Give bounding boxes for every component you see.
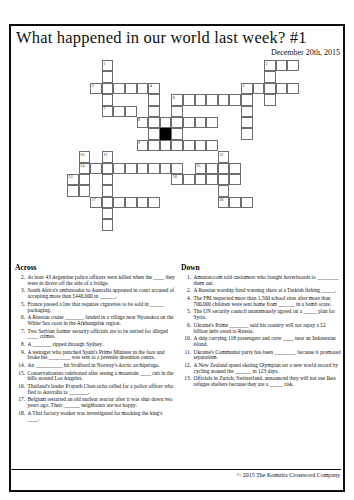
down-clue-list: 1.Amazon.com told customers who bought h… [181, 275, 341, 388]
grid-cell[interactable]: 14 [79, 163, 91, 174]
grid-cell[interactable] [229, 197, 241, 208]
clue: 13.Officials in Zurich, Switzerland, ann… [181, 376, 341, 388]
grid-cell[interactable] [148, 106, 160, 117]
grid-cell[interactable] [171, 117, 183, 128]
grid-cell[interactable]: 4 [148, 83, 160, 94]
grid-cell[interactable] [148, 94, 160, 105]
grid-cell[interactable] [229, 94, 241, 105]
clue-text: A _______ ripped through Sydney. [28, 342, 176, 348]
grid-cell[interactable]: 18 [218, 197, 230, 208]
grid-cell[interactable] [148, 197, 160, 208]
grid-cell[interactable] [241, 197, 253, 208]
grid-cell[interactable]: 10 [79, 151, 91, 162]
clue: 16.Thailand's leader Prayuth Chan-ocha c… [15, 384, 175, 396]
clue-text: A Thai factory worker was investigated f… [28, 411, 176, 423]
grid-cell[interactable]: 2 [264, 60, 276, 71]
clue-text: An __________ hit Svalbard in Norway's A… [28, 363, 176, 369]
grid-cell[interactable] [148, 140, 160, 151]
grid-cell[interactable] [264, 94, 276, 105]
grid-cell[interactable] [171, 163, 183, 174]
clue-text: A Russian cruise _______ landed in a vil… [28, 315, 176, 327]
grid-cell[interactable] [241, 106, 253, 117]
grid-cell[interactable]: 9 [137, 140, 149, 151]
grid-cell[interactable] [102, 71, 114, 82]
clue-number: 12. [181, 363, 191, 375]
grid-cell[interactable]: 1 [102, 60, 114, 71]
grid-cell[interactable] [276, 83, 288, 94]
grid-cell[interactable] [67, 185, 79, 196]
grid-cell[interactable] [253, 83, 265, 94]
clue-text: A ship carrying 118 passengers and crew … [194, 336, 342, 348]
clue-number: 1. [181, 275, 191, 287]
clue: 17.Belgium restarted an old nuclear reac… [15, 397, 175, 409]
grid-cell[interactable] [137, 197, 149, 208]
grid-cell[interactable] [229, 163, 241, 174]
clue-text: Amazon.com told customers who bought hov… [194, 275, 342, 287]
clue-text: The FBI inspected more than 1,500 school… [194, 296, 342, 308]
clue: 8.A _______ ripped through Sydney. [15, 342, 175, 348]
clue: 1.Amazon.com told customers who bought h… [181, 275, 341, 287]
grid-cell[interactable] [113, 197, 125, 208]
clue-number: 15. [15, 371, 25, 383]
grid-cell[interactable] [287, 83, 299, 94]
clue-number: 6. [181, 323, 191, 335]
clue-text: Belgium restarted an old nuclear reactor… [28, 397, 176, 409]
grid-cell[interactable] [171, 128, 183, 139]
grid-cell[interactable] [218, 163, 230, 174]
grid-cell[interactable] [195, 94, 207, 105]
grid-cell[interactable] [241, 117, 253, 128]
clue-number: 13. [181, 376, 191, 388]
crossword-grid: 123456789101112141513161718 [67, 60, 299, 231]
across-clues-section: Across 2.At least 43 Argentine police of… [15, 263, 175, 424]
grid-cell[interactable] [137, 83, 149, 94]
grid-cell[interactable] [148, 163, 160, 174]
cell-number: 16 [173, 174, 177, 179]
grid-cell[interactable]: 17 [90, 197, 102, 208]
clue: 10.A ship carrying 118 passengers and cr… [181, 336, 341, 348]
clue-number: 6. [15, 315, 25, 327]
clue: 5.The UN security council unanimously ag… [181, 309, 341, 321]
cell-number: 12 [219, 152, 223, 157]
grid-cell[interactable]: 5 [241, 83, 253, 94]
black-cell [160, 128, 172, 139]
clue: 11.Ukraine's Communist party has been __… [181, 350, 341, 362]
clue-number: 7. [15, 329, 25, 341]
clue-number: 9. [15, 350, 25, 362]
grid-cell[interactable] [148, 128, 160, 139]
clue: 18.A Thai factory worker was investigate… [15, 411, 175, 423]
grid-cell[interactable] [113, 83, 125, 94]
clue-text: At least 43 Argentine police officers we… [28, 275, 176, 287]
cell-number: 2 [266, 61, 268, 66]
clue-number: 11. [181, 350, 191, 362]
clue-number: 16. [15, 384, 25, 396]
clue: 2.At least 43 Argentine police officers … [15, 275, 175, 287]
grid-cell[interactable]: 7 [102, 106, 114, 117]
cell-number: 18 [219, 197, 223, 202]
grid-cell[interactable] [125, 197, 137, 208]
grid-cell[interactable] [137, 163, 149, 174]
clue: 4.The FBI inspected more than 1,500 scho… [181, 296, 341, 308]
clue-number: 5. [15, 302, 25, 314]
clue: 5.France passed a law that requires ciga… [15, 302, 175, 314]
grid-cell[interactable] [183, 94, 195, 105]
grid-cell[interactable]: 6 [171, 94, 183, 105]
clue: 7.Two Serbian former security officials … [15, 329, 175, 341]
grid-cell[interactable] [287, 60, 299, 71]
grid-cell[interactable]: 15 [195, 163, 207, 174]
grid-cell[interactable] [160, 117, 172, 128]
clue-number: 4. [181, 296, 191, 308]
clue: 14.An __________ hit Svalbard in Norway'… [15, 363, 175, 369]
grid-cell[interactable] [102, 83, 114, 94]
clue-text: The UN security council unanimously agre… [194, 309, 342, 321]
grid-cell[interactable] [218, 94, 230, 105]
grid-cell[interactable] [276, 60, 288, 71]
grid-cell[interactable] [241, 128, 253, 139]
clue-text: A teenager who punched Spain's Prime Min… [28, 350, 176, 362]
cell-number: 8 [138, 117, 140, 122]
cell-number: 6 [173, 95, 175, 100]
page-title: What happened in our world last week? #1 [16, 28, 336, 48]
grid-cell[interactable] [160, 163, 172, 174]
grid-cell[interactable] [183, 140, 195, 151]
down-heading: Down [181, 263, 341, 272]
clue-text: Officials in Zurich, Switzerland, announ… [194, 376, 342, 388]
cell-number: 14 [80, 163, 84, 168]
clue: 12.A New Zealand speed skating Olympian … [181, 363, 341, 375]
clue-number: 18. [15, 411, 25, 423]
clue-text: Thailand's leader Prayuth Chan-ocha call… [28, 384, 176, 396]
cell-number: 9 [138, 140, 140, 145]
clue-text: Ukraine's Prime _______ said his country… [194, 323, 342, 335]
grid-cell[interactable] [79, 174, 91, 185]
across-clue-list: 2.At least 43 Argentine police officers … [15, 275, 175, 422]
grid-cell[interactable] [195, 174, 207, 185]
grid-cell[interactable] [195, 117, 207, 128]
grid-cell[interactable] [102, 94, 114, 105]
grid-cell[interactable] [195, 140, 207, 151]
grid-cell[interactable] [125, 163, 137, 174]
grid-cell[interactable] [102, 185, 114, 196]
clue-text: Ukraine's Communist party has been _____… [194, 350, 342, 362]
grid-cell[interactable] [90, 163, 102, 174]
clue-number: 2. [15, 275, 25, 287]
grid-cell[interactable] [206, 117, 218, 128]
clue-number: 5. [181, 309, 191, 321]
cell-number: 13 [69, 174, 73, 179]
clue: 3.South Africa's ambassador to Australia… [15, 288, 175, 300]
clue-text: France passed a law that requires cigare… [28, 302, 176, 314]
grid-cell[interactable]: 8 [137, 117, 149, 128]
clue-number: 10. [181, 336, 191, 348]
grid-cell[interactable]: 12 [218, 151, 230, 162]
clue: 2.A Russian warship fired warning shots … [181, 288, 341, 294]
clue: 9.A teenager who punched Spain's Prime M… [15, 350, 175, 362]
grid-cell[interactable] [229, 174, 241, 185]
clue-number: 3. [15, 288, 25, 300]
grid-cell[interactable] [218, 185, 230, 196]
cell-number: 3 [92, 83, 94, 88]
grid-cell[interactable] [102, 219, 114, 230]
grid-cell[interactable] [206, 94, 218, 105]
grid-cell[interactable] [125, 106, 137, 117]
grid-cell[interactable] [218, 174, 230, 185]
copyright-footer: © 2015 The Komzita Crossword Company [140, 472, 340, 478]
clue-number: 8. [15, 342, 25, 348]
grid-cell[interactable] [171, 140, 183, 151]
grid-cell[interactable] [160, 140, 172, 151]
grid-cell[interactable] [102, 208, 114, 219]
cell-number: 5 [242, 83, 244, 88]
clue: 6.Ukraine's Prime _______ said his count… [181, 323, 341, 335]
grid-cell[interactable] [148, 117, 160, 128]
clue-text: A Russian warship fired warning shots at… [194, 288, 342, 294]
grid-cell[interactable]: 11 [102, 151, 114, 162]
page-date: December 20th, 2015 [170, 48, 340, 57]
grid-cell[interactable] [113, 106, 125, 117]
clue-text: South Africa's ambassador to Australia a… [28, 288, 176, 300]
grid-cell[interactable] [125, 83, 137, 94]
grid-cell[interactable]: 13 [67, 174, 79, 185]
clue: 15.Conservationists celebrated after see… [15, 371, 175, 383]
grid-cell[interactable] [113, 163, 125, 174]
cell-number: 1 [103, 61, 105, 66]
grid-cell[interactable] [183, 174, 195, 185]
clue-number: 17. [15, 397, 25, 409]
cell-number: 17 [92, 197, 96, 202]
clue-number: 2. [181, 288, 191, 294]
grid-cell[interactable] [264, 83, 276, 94]
grid-cell[interactable]: 16 [171, 174, 183, 185]
grid-cell[interactable] [206, 140, 218, 151]
clue-text: A New Zealand speed skating Olympian set… [194, 363, 342, 375]
grid-cell[interactable] [102, 174, 114, 185]
grid-cell[interactable]: 3 [90, 83, 102, 94]
cell-number: 10 [80, 152, 84, 157]
down-clues-section: Down 1.Amazon.com told customers who bou… [181, 263, 341, 390]
grid-cell[interactable] [102, 197, 114, 208]
grid-cell[interactable] [206, 174, 218, 185]
grid-cell[interactable] [206, 163, 218, 174]
cell-number: 4 [150, 83, 152, 88]
clue-number: 14. [15, 363, 25, 369]
grid-cell[interactable] [79, 185, 91, 196]
cell-number: 11 [103, 152, 107, 157]
clue-text: Two Serbian former security officials ar… [28, 329, 176, 341]
across-heading: Across [15, 263, 175, 272]
grid-cell[interactable] [171, 106, 183, 117]
grid-cell[interactable] [241, 94, 253, 105]
grid-cell[interactable] [102, 163, 114, 174]
footer-divider [11, 469, 341, 470]
grid-cell[interactable] [264, 71, 276, 82]
cell-number: 7 [103, 106, 105, 111]
grid-cell[interactable] [183, 117, 195, 128]
clue: 6.A Russian cruise _______ landed in a v… [15, 315, 175, 327]
cell-number: 15 [196, 163, 200, 168]
clue-text: Conservationists celebrated after seeing… [28, 371, 176, 383]
